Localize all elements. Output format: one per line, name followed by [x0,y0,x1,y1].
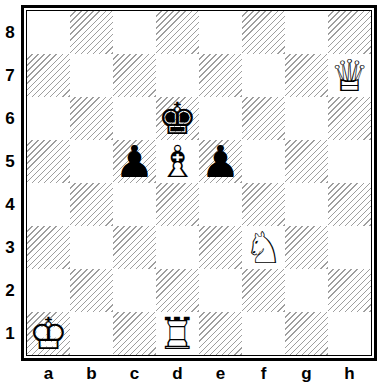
square-g5[interactable] [285,140,328,183]
file-label-b: b [70,363,113,385]
square-f2[interactable] [242,269,285,312]
square-e7[interactable] [199,54,242,97]
rank-label-3: 3 [0,226,20,269]
rank-labels: 87654321 [0,11,20,355]
file-label-d: d [156,363,199,385]
square-e2[interactable] [199,269,242,312]
square-g6[interactable] [285,97,328,140]
square-d1[interactable]: ♜♖ [156,312,199,355]
square-d6[interactable]: ♚ [156,97,199,140]
piece-white-rook-d1[interactable]: ♖ [156,312,199,355]
rank-label-5: 5 [0,140,20,183]
square-f3[interactable]: ♞♘ [242,226,285,269]
square-b2[interactable] [70,269,113,312]
square-h5[interactable] [328,140,371,183]
square-d4[interactable] [156,183,199,226]
rank-label-6: 6 [0,97,20,140]
square-h4[interactable] [328,183,371,226]
square-a5[interactable] [27,140,70,183]
square-e6[interactable] [199,97,242,140]
square-b4[interactable] [70,183,113,226]
square-d3[interactable] [156,226,199,269]
file-label-c: c [113,363,156,385]
square-d2[interactable] [156,269,199,312]
square-b1[interactable] [70,312,113,355]
piece-black-pawn-e5[interactable]: ♟ [199,140,242,183]
square-g4[interactable] [285,183,328,226]
square-e4[interactable] [199,183,242,226]
square-f8[interactable] [242,11,285,54]
square-f7[interactable] [242,54,285,97]
square-b6[interactable] [70,97,113,140]
square-a4[interactable] [27,183,70,226]
square-c4[interactable] [113,183,156,226]
square-c1[interactable] [113,312,156,355]
file-label-a: a [27,363,70,385]
square-c8[interactable] [113,11,156,54]
board-grid: ♛♕♚♟♝♗♟♞♘♚♔♜♖ [27,11,371,355]
square-b8[interactable] [70,11,113,54]
chess-board: ♛♕♚♟♝♗♟♞♘♚♔♜♖ [21,5,377,361]
square-e3[interactable] [199,226,242,269]
rank-label-8: 8 [0,11,20,54]
piece-white-bishop-d5[interactable]: ♗ [156,140,199,183]
square-g7[interactable] [285,54,328,97]
square-e1[interactable] [199,312,242,355]
square-f6[interactable] [242,97,285,140]
square-g8[interactable] [285,11,328,54]
rank-label-1: 1 [0,312,20,355]
square-c7[interactable] [113,54,156,97]
file-label-e: e [199,363,242,385]
rank-label-2: 2 [0,269,20,312]
square-d8[interactable] [156,11,199,54]
square-b5[interactable] [70,140,113,183]
square-h6[interactable] [328,97,371,140]
square-g2[interactable] [285,269,328,312]
square-d5[interactable]: ♝♗ [156,140,199,183]
square-b3[interactable] [70,226,113,269]
square-g3[interactable] [285,226,328,269]
square-a8[interactable] [27,11,70,54]
square-f4[interactable] [242,183,285,226]
chess-diagram: 87654321 ♛♕♚♟♝♗♟♞♘♚♔♜♖ abcdefgh [0,0,385,387]
square-h1[interactable] [328,312,371,355]
file-label-f: f [242,363,285,385]
square-c6[interactable] [113,97,156,140]
square-a6[interactable] [27,97,70,140]
piece-white-queen-h7[interactable]: ♕ [328,54,371,97]
square-h8[interactable] [328,11,371,54]
square-a2[interactable] [27,269,70,312]
file-label-h: h [328,363,371,385]
rank-label-4: 4 [0,183,20,226]
square-h2[interactable] [328,269,371,312]
square-g1[interactable] [285,312,328,355]
piece-black-king-d6[interactable]: ♚ [156,97,199,140]
piece-black-pawn-c5[interactable]: ♟ [113,140,156,183]
square-h3[interactable] [328,226,371,269]
square-e5[interactable]: ♟ [199,140,242,183]
piece-white-knight-f3[interactable]: ♘ [242,226,285,269]
square-c5[interactable]: ♟ [113,140,156,183]
square-f5[interactable] [242,140,285,183]
square-d7[interactable] [156,54,199,97]
square-e8[interactable] [199,11,242,54]
file-labels: abcdefgh [27,363,371,385]
rank-label-7: 7 [0,54,20,97]
square-a7[interactable] [27,54,70,97]
square-a3[interactable] [27,226,70,269]
square-a1[interactable]: ♚♔ [27,312,70,355]
square-f1[interactable] [242,312,285,355]
square-b7[interactable] [70,54,113,97]
square-h7[interactable]: ♛♕ [328,54,371,97]
file-label-g: g [285,363,328,385]
square-c3[interactable] [113,226,156,269]
piece-white-king-a1[interactable]: ♔ [27,312,70,355]
board-inner-frame: ♛♕♚♟♝♗♟♞♘♚♔♜♖ [26,10,372,356]
square-c2[interactable] [113,269,156,312]
